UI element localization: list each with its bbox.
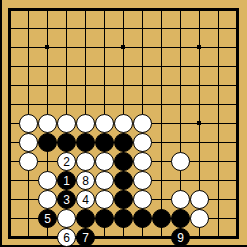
intersection[interactable] [19, 95, 38, 114]
intersection[interactable] [190, 114, 209, 133]
grid-line-vertical [218, 76, 219, 95]
star-point [197, 45, 201, 49]
grid-line-vertical [28, 228, 29, 239]
intersection[interactable] [133, 190, 152, 209]
grid-line-vertical [8, 171, 11, 190]
intersection[interactable] [152, 57, 171, 76]
intersection[interactable]: 2 [57, 152, 76, 171]
intersection[interactable] [190, 171, 209, 190]
intersection[interactable] [95, 38, 114, 57]
white-stone [19, 133, 38, 152]
white-stone [76, 152, 95, 171]
white-stone [171, 152, 190, 171]
grid-line-vertical [8, 190, 11, 209]
intersection[interactable] [76, 0, 95, 19]
black-stone [114, 190, 133, 209]
grid-line-vertical [218, 38, 219, 57]
grid-line-vertical [180, 95, 181, 114]
intersection[interactable] [133, 95, 152, 114]
grid-line-vertical [199, 57, 200, 76]
black-stone [114, 133, 133, 152]
intersection[interactable]: 1 [57, 171, 76, 190]
intersection[interactable] [228, 57, 247, 76]
intersection[interactable] [76, 76, 95, 95]
white-stone [95, 152, 114, 171]
grid-line-vertical [123, 57, 124, 76]
black-stone [152, 209, 171, 228]
intersection[interactable] [171, 57, 190, 76]
intersection[interactable] [38, 19, 57, 38]
grid-line-vertical [218, 228, 219, 239]
grid-line-vertical [161, 57, 162, 76]
intersection[interactable] [114, 171, 133, 190]
intersection[interactable] [0, 0, 19, 19]
intersection[interactable] [152, 133, 171, 152]
grid-line-vertical [28, 95, 29, 114]
grid-line-vertical [236, 8, 239, 19]
white-stone [95, 171, 114, 190]
grid-line-vertical [66, 57, 67, 76]
move-number: 3 [63, 194, 70, 206]
intersection[interactable] [38, 171, 57, 190]
grid-line-vertical [104, 76, 105, 95]
intersection[interactable] [19, 114, 38, 133]
intersection[interactable] [114, 190, 133, 209]
grid-line-vertical [199, 133, 200, 152]
intersection[interactable] [38, 133, 57, 152]
grid-line-vertical [123, 95, 124, 114]
intersection[interactable] [76, 114, 95, 133]
intersection[interactable] [133, 19, 152, 38]
white-stone: 2 [57, 152, 76, 171]
white-stone [38, 190, 57, 209]
intersection[interactable] [190, 57, 209, 76]
grid-line-vertical [218, 8, 219, 19]
intersection[interactable] [95, 228, 114, 247]
intersection[interactable] [57, 57, 76, 76]
intersection[interactable] [133, 0, 152, 19]
grid-line-vertical [142, 57, 143, 76]
intersection[interactable] [209, 38, 228, 57]
grid-line-vertical [8, 133, 11, 152]
white-stone [133, 171, 152, 190]
intersection[interactable]: 4 [76, 190, 95, 209]
intersection[interactable]: 7 [76, 228, 95, 247]
intersection[interactable] [228, 114, 247, 133]
black-stone [57, 133, 76, 152]
grid-line-vertical [236, 95, 239, 114]
intersection[interactable] [0, 209, 19, 228]
grid-line-vertical [85, 19, 86, 38]
intersection[interactable] [171, 133, 190, 152]
intersection[interactable] [19, 38, 38, 57]
grid-line-vertical [123, 19, 124, 38]
intersection[interactable] [209, 0, 228, 19]
grid-line-vertical [236, 76, 239, 95]
intersection[interactable] [171, 114, 190, 133]
grid-line-vertical [199, 8, 200, 19]
move-number: 5 [44, 213, 51, 225]
grid-line-vertical [218, 209, 219, 228]
intersection[interactable] [76, 209, 95, 228]
intersection[interactable] [19, 228, 38, 247]
intersection[interactable]: 6 [57, 228, 76, 247]
grid-line-vertical [180, 133, 181, 152]
black-stone [114, 171, 133, 190]
grid-line-vertical [104, 8, 105, 19]
grid-line-vertical [199, 76, 200, 95]
grid-line-vertical [236, 152, 239, 171]
intersection[interactable] [57, 76, 76, 95]
grid-line-vertical [142, 8, 143, 19]
grid-line-vertical [218, 19, 219, 38]
intersection[interactable] [152, 152, 171, 171]
intersection[interactable] [0, 95, 19, 114]
intersection[interactable] [228, 190, 247, 209]
intersection[interactable] [76, 38, 95, 57]
grid-line-vertical [47, 76, 48, 95]
go-board: 218345679 [0, 0, 247, 247]
white-stone [57, 209, 76, 228]
intersection[interactable] [228, 38, 247, 57]
intersection[interactable] [0, 57, 19, 76]
black-stone: 1 [57, 171, 76, 190]
grid-line-vertical [47, 19, 48, 38]
white-stone [57, 114, 76, 133]
grid-line-vertical [218, 95, 219, 114]
intersection[interactable] [38, 152, 57, 171]
intersection[interactable] [38, 114, 57, 133]
go-diagram: 218345679 [0, 0, 247, 247]
intersection[interactable] [228, 228, 247, 247]
intersection[interactable] [57, 133, 76, 152]
intersection[interactable] [228, 171, 247, 190]
intersection[interactable] [95, 209, 114, 228]
intersection[interactable] [133, 171, 152, 190]
white-stone [38, 114, 57, 133]
intersection[interactable] [114, 114, 133, 133]
intersection[interactable] [209, 152, 228, 171]
white-stone [133, 114, 152, 133]
move-number: 4 [82, 194, 89, 206]
intersection[interactable] [0, 38, 19, 57]
intersection[interactable] [0, 76, 19, 95]
intersection[interactable] [19, 209, 38, 228]
grid-line-vertical [161, 19, 162, 38]
star-point [197, 121, 201, 125]
intersection[interactable] [0, 19, 19, 38]
intersection[interactable] [38, 228, 57, 247]
grid-line-vertical [180, 171, 181, 190]
intersection[interactable] [152, 114, 171, 133]
intersection[interactable] [95, 76, 114, 95]
grid-line-vertical [66, 95, 67, 114]
grid-line-vertical [161, 114, 162, 133]
grid-line-vertical [236, 171, 239, 190]
intersection[interactable] [95, 152, 114, 171]
grid-line-vertical [66, 19, 67, 38]
grid-line-vertical [28, 76, 29, 95]
grid-line-vertical [180, 38, 181, 57]
intersection[interactable] [171, 0, 190, 19]
intersection[interactable] [171, 38, 190, 57]
intersection[interactable] [114, 76, 133, 95]
intersection[interactable] [190, 0, 209, 19]
intersection[interactable] [152, 76, 171, 95]
white-stone [19, 114, 38, 133]
move-number: 1 [63, 175, 70, 187]
white-stone [171, 190, 190, 209]
intersection[interactable] [228, 76, 247, 95]
intersection[interactable]: 3 [57, 190, 76, 209]
grid-line-vertical [8, 95, 11, 114]
intersection[interactable] [114, 228, 133, 247]
grid-line-vertical [199, 95, 200, 114]
white-stone: 4 [76, 190, 95, 209]
intersection[interactable] [133, 76, 152, 95]
intersection[interactable] [114, 152, 133, 171]
intersection[interactable] [152, 95, 171, 114]
black-stone [114, 209, 133, 228]
intersection[interactable] [76, 57, 95, 76]
grid-line-vertical [123, 8, 124, 19]
grid-line-vertical [8, 76, 11, 95]
intersection[interactable] [228, 95, 247, 114]
intersection[interactable] [133, 38, 152, 57]
intersection[interactable] [171, 190, 190, 209]
intersection[interactable] [133, 228, 152, 247]
grid-line-vertical [161, 133, 162, 152]
intersection[interactable] [133, 209, 152, 228]
intersection[interactable] [228, 133, 247, 152]
intersection[interactable] [38, 57, 57, 76]
white-stone [76, 114, 95, 133]
black-stone: 7 [76, 228, 95, 247]
intersection[interactable] [57, 38, 76, 57]
intersection[interactable] [190, 95, 209, 114]
intersection[interactable] [171, 95, 190, 114]
intersection[interactable] [133, 152, 152, 171]
grid-line-vertical [180, 19, 181, 38]
intersection[interactable]: 5 [38, 209, 57, 228]
grid-line-vertical [104, 95, 105, 114]
intersection[interactable] [95, 114, 114, 133]
intersection[interactable] [19, 152, 38, 171]
grid-line-vertical [28, 38, 29, 57]
intersection[interactable] [171, 209, 190, 228]
grid-line-vertical [123, 76, 124, 95]
black-stone: 3 [57, 190, 76, 209]
intersection[interactable] [0, 114, 19, 133]
grid-line-vertical [28, 8, 29, 19]
black-stone [38, 133, 57, 152]
grid-line-vertical [180, 114, 181, 133]
grid-line-vertical [161, 38, 162, 57]
intersection[interactable]: 9 [171, 228, 190, 247]
intersection[interactable] [114, 209, 133, 228]
intersection[interactable] [152, 19, 171, 38]
intersection[interactable] [209, 209, 228, 228]
intersection[interactable] [19, 0, 38, 19]
grid-line-vertical [236, 133, 239, 152]
intersection[interactable] [76, 152, 95, 171]
intersection[interactable] [19, 190, 38, 209]
intersection[interactable] [19, 19, 38, 38]
intersection[interactable] [95, 133, 114, 152]
grid-line-vertical [28, 57, 29, 76]
intersection[interactable] [152, 190, 171, 209]
intersection[interactable] [38, 190, 57, 209]
black-stone [114, 152, 133, 171]
grid-line-vertical [66, 76, 67, 95]
intersection[interactable] [152, 209, 171, 228]
intersection[interactable] [209, 57, 228, 76]
grid-line-vertical [8, 38, 11, 57]
intersection[interactable] [190, 38, 209, 57]
white-stone: 8 [76, 171, 95, 190]
grid-line-vertical [28, 190, 29, 209]
intersection[interactable] [209, 171, 228, 190]
intersection[interactable] [0, 133, 19, 152]
black-stone [95, 133, 114, 152]
grid-line-vertical [66, 38, 67, 57]
grid-line-vertical [161, 171, 162, 190]
intersection[interactable] [57, 209, 76, 228]
intersection[interactable] [95, 190, 114, 209]
white-stone [114, 114, 133, 133]
intersection[interactable] [228, 152, 247, 171]
intersection[interactable] [19, 133, 38, 152]
intersection[interactable] [190, 76, 209, 95]
intersection[interactable] [228, 209, 247, 228]
intersection[interactable] [38, 95, 57, 114]
grid-line-vertical [180, 76, 181, 95]
move-number: 9 [177, 232, 184, 244]
intersection[interactable] [57, 0, 76, 19]
intersection[interactable] [209, 76, 228, 95]
intersection[interactable] [95, 171, 114, 190]
intersection[interactable] [152, 171, 171, 190]
intersection[interactable] [95, 19, 114, 38]
intersection[interactable] [152, 228, 171, 247]
grid-line-vertical [85, 76, 86, 95]
intersection[interactable] [171, 171, 190, 190]
grid-line-vertical [199, 228, 200, 239]
intersection[interactable] [95, 0, 114, 19]
grid-line-vertical [218, 114, 219, 133]
intersection[interactable] [209, 190, 228, 209]
grid-line-vertical [161, 152, 162, 171]
intersection[interactable] [190, 228, 209, 247]
intersection[interactable] [114, 38, 133, 57]
white-stone [190, 209, 209, 228]
move-number: 2 [63, 156, 70, 168]
intersection[interactable] [38, 38, 57, 57]
grid-line-vertical [161, 76, 162, 95]
black-stone [133, 209, 152, 228]
intersection[interactable] [133, 114, 152, 133]
intersection[interactable] [114, 133, 133, 152]
grid-line-vertical [8, 57, 11, 76]
intersection[interactable] [190, 133, 209, 152]
intersection[interactable] [209, 114, 228, 133]
intersection[interactable] [38, 76, 57, 95]
intersection[interactable] [152, 0, 171, 19]
grid-line-vertical [161, 228, 162, 239]
intersection[interactable] [209, 228, 228, 247]
intersection[interactable] [0, 152, 19, 171]
grid-line-vertical [236, 228, 239, 239]
grid-line-vertical [28, 171, 29, 190]
grid-line-vertical [123, 228, 124, 239]
grid-line-vertical [218, 57, 219, 76]
black-stone [76, 133, 95, 152]
grid-line-vertical [47, 152, 48, 171]
intersection[interactable] [171, 152, 190, 171]
grid-line-vertical [8, 19, 11, 38]
intersection[interactable] [0, 228, 19, 247]
grid-line-vertical [47, 8, 48, 19]
intersection[interactable] [190, 19, 209, 38]
intersection[interactable] [114, 57, 133, 76]
grid-line-vertical [104, 228, 105, 239]
intersection[interactable] [38, 0, 57, 19]
intersection[interactable] [171, 76, 190, 95]
intersection[interactable] [190, 152, 209, 171]
intersection[interactable] [228, 0, 247, 19]
black-stone: 9 [171, 228, 190, 247]
white-stone [95, 190, 114, 209]
intersection[interactable] [95, 57, 114, 76]
white-stone [133, 152, 152, 171]
intersection[interactable] [95, 95, 114, 114]
intersection[interactable] [0, 171, 19, 190]
intersection[interactable] [114, 0, 133, 19]
grid-line-vertical [104, 19, 105, 38]
grid-line-vertical [161, 8, 162, 19]
intersection[interactable] [76, 19, 95, 38]
intersection[interactable] [228, 19, 247, 38]
grid-line-vertical [142, 38, 143, 57]
intersection[interactable] [152, 38, 171, 57]
grid-line-vertical [218, 133, 219, 152]
intersection[interactable] [209, 95, 228, 114]
grid-line-vertical [104, 38, 105, 57]
intersection[interactable] [190, 209, 209, 228]
intersection[interactable] [0, 190, 19, 209]
intersection[interactable] [209, 19, 228, 38]
grid-line-vertical [218, 152, 219, 171]
intersection[interactable] [76, 133, 95, 152]
intersection[interactable] [57, 19, 76, 38]
intersection[interactable] [57, 114, 76, 133]
intersection[interactable]: 8 [76, 171, 95, 190]
intersection[interactable] [171, 19, 190, 38]
intersection[interactable] [133, 57, 152, 76]
move-number: 7 [82, 232, 89, 244]
intersection[interactable] [76, 95, 95, 114]
intersection[interactable] [57, 95, 76, 114]
intersection[interactable] [114, 19, 133, 38]
intersection[interactable] [19, 57, 38, 76]
intersection[interactable] [209, 133, 228, 152]
grid-line-vertical [236, 209, 239, 228]
intersection[interactable] [114, 95, 133, 114]
intersection[interactable] [19, 76, 38, 95]
intersection[interactable] [19, 171, 38, 190]
intersection[interactable] [133, 133, 152, 152]
intersection[interactable] [190, 190, 209, 209]
